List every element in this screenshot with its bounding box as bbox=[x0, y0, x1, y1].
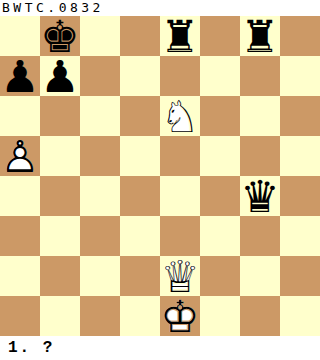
square-a1[interactable] bbox=[0, 296, 40, 336]
piece-white-knight-fill: ♞ bbox=[160, 96, 200, 136]
square-a3[interactable] bbox=[0, 216, 40, 256]
square-g8[interactable]: ♜ bbox=[240, 16, 280, 56]
square-d6[interactable] bbox=[120, 96, 160, 136]
piece-black-pawn: ♟ bbox=[0, 56, 40, 96]
square-f4[interactable] bbox=[200, 176, 240, 216]
piece-white-queen: ♕ bbox=[160, 256, 200, 296]
square-b1[interactable] bbox=[40, 296, 80, 336]
square-b6[interactable] bbox=[40, 96, 80, 136]
chess-board: ♚♜♜♟♟♞♘♟♙♛♛♕♚♔ bbox=[0, 16, 320, 336]
square-f3[interactable] bbox=[200, 216, 240, 256]
square-e7[interactable] bbox=[160, 56, 200, 96]
square-g4[interactable]: ♛ bbox=[240, 176, 280, 216]
puzzle-id: BWTC.0832 bbox=[0, 0, 320, 16]
square-e3[interactable] bbox=[160, 216, 200, 256]
square-g5[interactable] bbox=[240, 136, 280, 176]
square-b7[interactable]: ♟ bbox=[40, 56, 80, 96]
square-h1[interactable] bbox=[280, 296, 320, 336]
piece-white-pawn-fill: ♟ bbox=[0, 136, 40, 176]
square-g1[interactable] bbox=[240, 296, 280, 336]
square-b2[interactable] bbox=[40, 256, 80, 296]
square-a7[interactable]: ♟ bbox=[0, 56, 40, 96]
square-f2[interactable] bbox=[200, 256, 240, 296]
move-prompt: 1. ? bbox=[0, 336, 320, 360]
piece-black-rook: ♜ bbox=[240, 16, 280, 56]
square-b8[interactable]: ♚ bbox=[40, 16, 80, 56]
square-c2[interactable] bbox=[80, 256, 120, 296]
square-b4[interactable] bbox=[40, 176, 80, 216]
square-f6[interactable] bbox=[200, 96, 240, 136]
piece-white-pawn: ♙ bbox=[0, 136, 40, 176]
square-c6[interactable] bbox=[80, 96, 120, 136]
square-e6[interactable]: ♞♘ bbox=[160, 96, 200, 136]
square-c4[interactable] bbox=[80, 176, 120, 216]
square-g2[interactable] bbox=[240, 256, 280, 296]
piece-black-queen: ♛ bbox=[240, 176, 280, 216]
square-c3[interactable] bbox=[80, 216, 120, 256]
square-e4[interactable] bbox=[160, 176, 200, 216]
square-b3[interactable] bbox=[40, 216, 80, 256]
square-e8[interactable]: ♜ bbox=[160, 16, 200, 56]
piece-black-king: ♚ bbox=[40, 16, 80, 56]
square-d7[interactable] bbox=[120, 56, 160, 96]
piece-white-queen-fill: ♛ bbox=[160, 256, 200, 296]
square-c7[interactable] bbox=[80, 56, 120, 96]
square-a2[interactable] bbox=[0, 256, 40, 296]
piece-black-pawn: ♟ bbox=[40, 56, 80, 96]
square-h7[interactable] bbox=[280, 56, 320, 96]
square-h3[interactable] bbox=[280, 216, 320, 256]
square-f5[interactable] bbox=[200, 136, 240, 176]
square-h4[interactable] bbox=[280, 176, 320, 216]
square-h5[interactable] bbox=[280, 136, 320, 176]
square-b5[interactable] bbox=[40, 136, 80, 176]
square-a8[interactable] bbox=[0, 16, 40, 56]
square-f8[interactable] bbox=[200, 16, 240, 56]
square-d5[interactable] bbox=[120, 136, 160, 176]
square-d3[interactable] bbox=[120, 216, 160, 256]
piece-white-king: ♔ bbox=[160, 296, 200, 336]
square-e2[interactable]: ♛♕ bbox=[160, 256, 200, 296]
square-f7[interactable] bbox=[200, 56, 240, 96]
square-f1[interactable] bbox=[200, 296, 240, 336]
square-h8[interactable] bbox=[280, 16, 320, 56]
square-d1[interactable] bbox=[120, 296, 160, 336]
square-c5[interactable] bbox=[80, 136, 120, 176]
square-a5[interactable]: ♟♙ bbox=[0, 136, 40, 176]
square-e1[interactable]: ♚♔ bbox=[160, 296, 200, 336]
square-h2[interactable] bbox=[280, 256, 320, 296]
piece-white-king-fill: ♚ bbox=[160, 296, 200, 336]
square-d8[interactable] bbox=[120, 16, 160, 56]
square-g7[interactable] bbox=[240, 56, 280, 96]
square-d4[interactable] bbox=[120, 176, 160, 216]
piece-black-rook: ♜ bbox=[160, 16, 200, 56]
square-g3[interactable] bbox=[240, 216, 280, 256]
square-c1[interactable] bbox=[80, 296, 120, 336]
square-a6[interactable] bbox=[0, 96, 40, 136]
square-g6[interactable] bbox=[240, 96, 280, 136]
square-h6[interactable] bbox=[280, 96, 320, 136]
piece-white-knight: ♘ bbox=[160, 96, 200, 136]
square-a4[interactable] bbox=[0, 176, 40, 216]
square-c8[interactable] bbox=[80, 16, 120, 56]
square-d2[interactable] bbox=[120, 256, 160, 296]
square-e5[interactable] bbox=[160, 136, 200, 176]
